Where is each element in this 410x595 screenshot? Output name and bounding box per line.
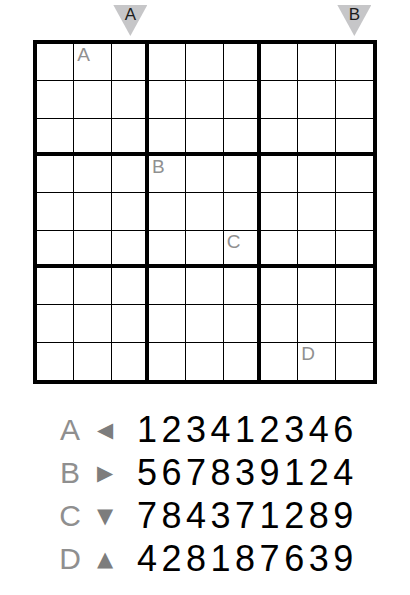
cell-r2c6[interactable] xyxy=(224,81,261,118)
clue-legend: A ◀ 123412346 B ▶ 567839124 C ▼ 78437128… xyxy=(55,408,358,580)
entry-arrow-a: A xyxy=(113,5,147,36)
cell-r9c1[interactable] xyxy=(37,343,74,380)
cell-r5c4[interactable] xyxy=(149,193,186,230)
cell-r6c1[interactable] xyxy=(37,231,74,268)
cell-r8c5[interactable] xyxy=(186,305,223,342)
cell-r1c1[interactable] xyxy=(37,44,74,81)
cell-label-c: C xyxy=(227,231,241,252)
cell-r1c7[interactable] xyxy=(261,44,298,81)
cell-r3c8[interactable] xyxy=(298,119,335,156)
cell-r9c3[interactable] xyxy=(112,343,149,380)
cell-r9c8[interactable]: D xyxy=(298,343,335,380)
cell-r4c9[interactable] xyxy=(336,156,373,193)
cell-r9c5[interactable] xyxy=(186,343,223,380)
down-arrow-icon: ▼ xyxy=(93,504,117,528)
clue-digits-a: 123412346 xyxy=(137,409,358,451)
cell-label-d: D xyxy=(301,343,315,364)
puzzle-canvas: ABCD A ◀ 123412346 B ▶ 567839124 C ▼ 784… xyxy=(0,0,410,595)
cell-r6c5[interactable] xyxy=(186,231,223,268)
cell-r9c9[interactable] xyxy=(336,343,373,380)
cell-r4c8[interactable] xyxy=(298,156,335,193)
right-arrow-icon: ▶ xyxy=(93,461,117,485)
cell-r8c1[interactable] xyxy=(37,305,74,342)
cell-r2c2[interactable] xyxy=(74,81,111,118)
cell-r1c9[interactable] xyxy=(336,44,373,81)
cell-r2c1[interactable] xyxy=(37,81,74,118)
cell-r8c9[interactable] xyxy=(336,305,373,342)
cell-r9c7[interactable] xyxy=(261,343,298,380)
cell-r5c9[interactable] xyxy=(336,193,373,230)
cell-r1c3[interactable] xyxy=(112,44,149,81)
cell-r8c6[interactable] xyxy=(224,305,261,342)
cell-r7c7[interactable] xyxy=(261,268,298,305)
cell-r2c9[interactable] xyxy=(336,81,373,118)
cell-r5c7[interactable] xyxy=(261,193,298,230)
cell-r3c6[interactable] xyxy=(224,119,261,156)
cell-r1c5[interactable] xyxy=(186,44,223,81)
cell-r4c4[interactable]: B xyxy=(149,156,186,193)
cell-r4c7[interactable] xyxy=(261,156,298,193)
cell-r1c6[interactable] xyxy=(224,44,261,81)
cell-r6c4[interactable] xyxy=(149,231,186,268)
cell-r7c9[interactable] xyxy=(336,268,373,305)
cell-r9c2[interactable] xyxy=(74,343,111,380)
entry-arrow-label-a: A xyxy=(125,5,136,24)
left-arrow-icon: ◀ xyxy=(93,418,117,442)
cell-r8c2[interactable] xyxy=(74,305,111,342)
clue-letter-d: D xyxy=(55,542,85,576)
cell-r7c8[interactable] xyxy=(298,268,335,305)
cell-r3c3[interactable] xyxy=(112,119,149,156)
cell-r5c5[interactable] xyxy=(186,193,223,230)
cell-r3c4[interactable] xyxy=(149,119,186,156)
cell-r7c6[interactable] xyxy=(224,268,261,305)
cell-r6c9[interactable] xyxy=(336,231,373,268)
cell-r6c6[interactable]: C xyxy=(224,231,261,268)
cell-r7c4[interactable] xyxy=(149,268,186,305)
cell-r5c3[interactable] xyxy=(112,193,149,230)
cell-r2c8[interactable] xyxy=(298,81,335,118)
cell-r8c3[interactable] xyxy=(112,305,149,342)
clue-letter-c: C xyxy=(55,499,85,533)
clue-row-d: D ▲ 428187639 xyxy=(55,537,358,580)
cell-r5c6[interactable] xyxy=(224,193,261,230)
cell-r5c2[interactable] xyxy=(74,193,111,230)
cell-label-a: A xyxy=(77,44,90,65)
cell-r8c7[interactable] xyxy=(261,305,298,342)
up-arrow-icon: ▲ xyxy=(93,547,117,571)
clue-digits-b: 567839124 xyxy=(137,452,358,494)
cell-r6c3[interactable] xyxy=(112,231,149,268)
clue-letter-a: A xyxy=(55,413,85,447)
cell-r7c3[interactable] xyxy=(112,268,149,305)
cell-r4c2[interactable] xyxy=(74,156,111,193)
clue-row-a: A ◀ 123412346 xyxy=(55,408,358,451)
cell-r4c5[interactable] xyxy=(186,156,223,193)
clue-digits-c: 784371289 xyxy=(137,495,358,537)
cell-r2c5[interactable] xyxy=(186,81,223,118)
cell-r2c4[interactable] xyxy=(149,81,186,118)
cell-r3c5[interactable] xyxy=(186,119,223,156)
cell-r4c1[interactable] xyxy=(37,156,74,193)
cell-r9c4[interactable] xyxy=(149,343,186,380)
cell-r6c8[interactable] xyxy=(298,231,335,268)
cell-r6c7[interactable] xyxy=(261,231,298,268)
cell-r3c7[interactable] xyxy=(261,119,298,156)
entry-arrow-b: B xyxy=(337,5,371,36)
cell-r5c1[interactable] xyxy=(37,193,74,230)
cell-r5c8[interactable] xyxy=(298,193,335,230)
cell-r1c8[interactable] xyxy=(298,44,335,81)
cell-r9c6[interactable] xyxy=(224,343,261,380)
entry-arrow-label-b: B xyxy=(349,5,360,24)
clue-digits-d: 428187639 xyxy=(137,538,358,580)
cell-r7c2[interactable] xyxy=(74,268,111,305)
cell-r7c1[interactable] xyxy=(37,268,74,305)
cell-r1c4[interactable] xyxy=(149,44,186,81)
cell-r8c8[interactable] xyxy=(298,305,335,342)
cell-r8c4[interactable] xyxy=(149,305,186,342)
cell-r2c3[interactable] xyxy=(112,81,149,118)
cell-r3c1[interactable] xyxy=(37,119,74,156)
clue-row-b: B ▶ 567839124 xyxy=(55,451,358,494)
clue-row-c: C ▼ 784371289 xyxy=(55,494,358,537)
cell-r4c6[interactable] xyxy=(224,156,261,193)
cell-r6c2[interactable] xyxy=(74,231,111,268)
cell-label-b: B xyxy=(152,156,165,177)
cell-r2c7[interactable] xyxy=(261,81,298,118)
clue-letter-b: B xyxy=(55,456,85,490)
cell-r1c2[interactable]: A xyxy=(74,44,111,81)
cell-r4c3[interactable] xyxy=(112,156,149,193)
cell-r3c9[interactable] xyxy=(336,119,373,156)
sudoku-board: ABCD xyxy=(33,40,377,384)
cell-r3c2[interactable] xyxy=(74,119,111,156)
cell-r7c5[interactable] xyxy=(186,268,223,305)
